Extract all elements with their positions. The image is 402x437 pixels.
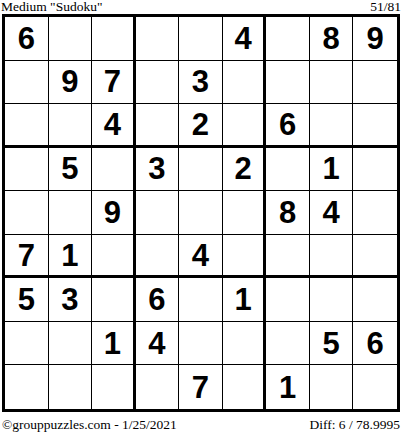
cell-r4c2[interactable]: 5	[49, 148, 93, 192]
cell-r1c6[interactable]: 4	[223, 17, 267, 61]
cell-r1c2[interactable]	[49, 17, 93, 61]
cell-r6c2[interactable]: 1	[49, 235, 93, 279]
cell-r2c4[interactable]	[136, 61, 180, 105]
cell-r2c9[interactable]	[353, 61, 397, 105]
cell-r8c3[interactable]: 1	[92, 322, 136, 366]
cell-r5c5[interactable]	[179, 191, 223, 235]
cell-r2c5[interactable]: 3	[179, 61, 223, 105]
cell-r5c2[interactable]	[49, 191, 93, 235]
cell-r3c1[interactable]	[5, 104, 49, 148]
cell-r4c6[interactable]: 2	[223, 148, 267, 192]
cell-r1c9[interactable]: 9	[353, 17, 397, 61]
footer: ©grouppuzzles.com - 1/25/2021 Diff: 6 / …	[0, 417, 402, 432]
cell-r7c2[interactable]: 3	[49, 278, 93, 322]
cell-r1c4[interactable]	[136, 17, 180, 61]
cell-r7c9[interactable]	[353, 278, 397, 322]
cell-r9c1[interactable]	[5, 365, 49, 409]
cell-r9c2[interactable]	[49, 365, 93, 409]
cell-r1c5[interactable]	[179, 17, 223, 61]
puzzle-title: Medium "Sudoku"	[1, 0, 102, 14]
cell-r8c7[interactable]	[266, 322, 310, 366]
cell-r9c9[interactable]	[353, 365, 397, 409]
cell-r8c6[interactable]	[223, 322, 267, 366]
cell-r4c3[interactable]	[92, 148, 136, 192]
cell-r7c6[interactable]: 1	[223, 278, 267, 322]
cell-r7c1[interactable]: 5	[5, 278, 49, 322]
cell-r9c6[interactable]	[223, 365, 267, 409]
cell-r4c8[interactable]: 1	[310, 148, 354, 192]
cell-r6c8[interactable]	[310, 235, 354, 279]
cell-r2c7[interactable]	[266, 61, 310, 105]
cell-r7c5[interactable]	[179, 278, 223, 322]
cell-r9c8[interactable]	[310, 365, 354, 409]
cell-r3c8[interactable]	[310, 104, 354, 148]
cell-r6c9[interactable]	[353, 235, 397, 279]
cell-r6c6[interactable]	[223, 235, 267, 279]
cell-r3c9[interactable]	[353, 104, 397, 148]
cell-r4c9[interactable]	[353, 148, 397, 192]
puzzle-page: Medium "Sudoku" 51/81 648997342653219847…	[0, 0, 402, 432]
cell-r1c8[interactable]: 8	[310, 17, 354, 61]
cell-r2c8[interactable]	[310, 61, 354, 105]
cell-r8c8[interactable]: 5	[310, 322, 354, 366]
cell-r4c4[interactable]: 3	[136, 148, 180, 192]
cell-r4c1[interactable]	[5, 148, 49, 192]
cell-r1c1[interactable]: 6	[5, 17, 49, 61]
cell-r5c7[interactable]: 8	[266, 191, 310, 235]
cell-r6c3[interactable]	[92, 235, 136, 279]
cell-r3c7[interactable]: 6	[266, 104, 310, 148]
cell-r7c4[interactable]: 6	[136, 278, 180, 322]
cell-r5c1[interactable]	[5, 191, 49, 235]
cell-r5c8[interactable]: 4	[310, 191, 354, 235]
cell-r7c8[interactable]	[310, 278, 354, 322]
cell-r6c4[interactable]	[136, 235, 180, 279]
cell-r7c7[interactable]	[266, 278, 310, 322]
sudoku-board: 648997342653219847145361145671	[2, 14, 400, 412]
cell-r6c5[interactable]: 4	[179, 235, 223, 279]
difficulty-text: Diff: 6 / 78.9995	[310, 417, 401, 432]
cell-r9c4[interactable]	[136, 365, 180, 409]
cell-r2c2[interactable]: 9	[49, 61, 93, 105]
cell-r7c3[interactable]	[92, 278, 136, 322]
cell-r5c3[interactable]: 9	[92, 191, 136, 235]
cell-r8c5[interactable]	[179, 322, 223, 366]
cell-r4c7[interactable]	[266, 148, 310, 192]
cell-r2c6[interactable]	[223, 61, 267, 105]
cell-r3c5[interactable]: 2	[179, 104, 223, 148]
cell-r4c5[interactable]	[179, 148, 223, 192]
cell-r3c2[interactable]	[49, 104, 93, 148]
copyright-text: ©grouppuzzles.com - 1/25/2021	[2, 417, 177, 432]
cell-r1c7[interactable]	[266, 17, 310, 61]
cell-r6c1[interactable]: 7	[5, 235, 49, 279]
cell-r8c4[interactable]: 4	[136, 322, 180, 366]
cell-r3c4[interactable]	[136, 104, 180, 148]
cell-r9c7[interactable]: 1	[266, 365, 310, 409]
cell-r8c1[interactable]	[5, 322, 49, 366]
cell-r3c3[interactable]: 4	[92, 104, 136, 148]
cell-r3c6[interactable]	[223, 104, 267, 148]
cells-remaining-counter: 51/81	[370, 0, 401, 14]
cell-r8c9[interactable]: 6	[353, 322, 397, 366]
cell-r2c1[interactable]	[5, 61, 49, 105]
header: Medium "Sudoku" 51/81	[0, 0, 402, 14]
cell-r5c9[interactable]	[353, 191, 397, 235]
cell-r9c3[interactable]	[92, 365, 136, 409]
cell-r2c3[interactable]: 7	[92, 61, 136, 105]
cell-r5c4[interactable]	[136, 191, 180, 235]
cell-r6c7[interactable]	[266, 235, 310, 279]
cell-r9c5[interactable]: 7	[179, 365, 223, 409]
cell-r5c6[interactable]	[223, 191, 267, 235]
cell-r1c3[interactable]	[92, 17, 136, 61]
cell-r8c2[interactable]	[49, 322, 93, 366]
